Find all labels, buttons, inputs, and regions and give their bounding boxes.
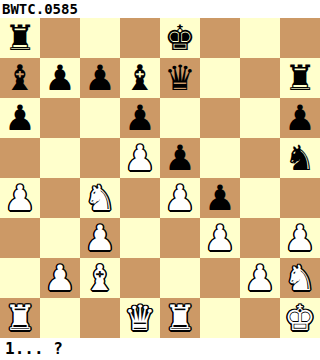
square-h6[interactable]: ♟ (280, 98, 320, 138)
black-rook[interactable]: ♜ (4, 18, 35, 58)
square-g6[interactable] (240, 98, 280, 138)
square-h5[interactable]: ♞ (280, 138, 320, 178)
square-b8[interactable] (40, 18, 80, 58)
square-e7[interactable]: ♛ (160, 58, 200, 98)
square-e8[interactable]: ♚ (160, 18, 200, 58)
square-f2[interactable] (200, 258, 240, 298)
square-d8[interactable] (120, 18, 160, 58)
square-d1[interactable]: ♛ (120, 298, 160, 338)
square-h8[interactable] (280, 18, 320, 58)
square-h2[interactable]: ♞ (280, 258, 320, 298)
square-a4[interactable]: ♟ (0, 178, 40, 218)
square-d6[interactable]: ♟ (120, 98, 160, 138)
square-c2[interactable]: ♝ (80, 258, 120, 298)
black-king[interactable]: ♚ (164, 18, 195, 58)
square-b5[interactable] (40, 138, 80, 178)
square-e5[interactable]: ♟ (160, 138, 200, 178)
square-c6[interactable] (80, 98, 120, 138)
square-d7[interactable]: ♝ (120, 58, 160, 98)
square-a1[interactable]: ♜ (0, 298, 40, 338)
black-pawn[interactable]: ♟ (204, 178, 235, 218)
black-bishop[interactable]: ♝ (124, 58, 155, 98)
square-e6[interactable] (160, 98, 200, 138)
square-d4[interactable] (120, 178, 160, 218)
square-g8[interactable] (240, 18, 280, 58)
white-rook[interactable]: ♜ (164, 298, 195, 338)
square-f4[interactable]: ♟ (200, 178, 240, 218)
white-pawn[interactable]: ♟ (84, 218, 115, 258)
black-pawn[interactable]: ♟ (284, 98, 315, 138)
square-a5[interactable] (0, 138, 40, 178)
square-c3[interactable]: ♟ (80, 218, 120, 258)
white-pawn[interactable]: ♟ (164, 178, 195, 218)
white-pawn[interactable]: ♟ (284, 218, 315, 258)
black-pawn[interactable]: ♟ (84, 58, 115, 98)
square-c1[interactable] (80, 298, 120, 338)
square-c7[interactable]: ♟ (80, 58, 120, 98)
square-b3[interactable] (40, 218, 80, 258)
square-g4[interactable] (240, 178, 280, 218)
white-pawn[interactable]: ♟ (204, 218, 235, 258)
square-g1[interactable] (240, 298, 280, 338)
black-knight[interactable]: ♞ (284, 138, 315, 178)
square-d2[interactable] (120, 258, 160, 298)
square-f3[interactable]: ♟ (200, 218, 240, 258)
square-c4[interactable]: ♞ (80, 178, 120, 218)
square-a8[interactable]: ♜ (0, 18, 40, 58)
black-queen[interactable]: ♛ (164, 58, 195, 98)
square-c8[interactable] (80, 18, 120, 58)
white-pawn[interactable]: ♟ (44, 258, 75, 298)
square-e3[interactable] (160, 218, 200, 258)
white-rook[interactable]: ♜ (4, 298, 35, 338)
square-g2[interactable]: ♟ (240, 258, 280, 298)
white-pawn[interactable]: ♟ (4, 178, 35, 218)
square-f6[interactable] (200, 98, 240, 138)
square-b4[interactable] (40, 178, 80, 218)
square-c5[interactable] (80, 138, 120, 178)
black-pawn[interactable]: ♟ (124, 98, 155, 138)
title-bar: BWTC.0585 (0, 0, 320, 18)
square-a2[interactable] (0, 258, 40, 298)
square-f1[interactable] (200, 298, 240, 338)
black-pawn[interactable]: ♟ (164, 138, 195, 178)
square-g3[interactable] (240, 218, 280, 258)
status-bar: 1... ? (0, 338, 320, 360)
white-knight[interactable]: ♞ (284, 258, 315, 298)
black-bishop[interactable]: ♝ (4, 58, 35, 98)
black-pawn[interactable]: ♟ (4, 98, 35, 138)
square-b6[interactable] (40, 98, 80, 138)
square-f7[interactable] (200, 58, 240, 98)
white-bishop[interactable]: ♝ (84, 258, 115, 298)
square-h3[interactable]: ♟ (280, 218, 320, 258)
square-e4[interactable]: ♟ (160, 178, 200, 218)
square-h7[interactable]: ♜ (280, 58, 320, 98)
black-rook[interactable]: ♜ (284, 58, 315, 98)
square-f5[interactable] (200, 138, 240, 178)
square-f8[interactable] (200, 18, 240, 58)
window-title: BWTC.0585 (2, 1, 78, 17)
square-e1[interactable]: ♜ (160, 298, 200, 338)
chess-board: ♜♚♝♟♟♝♛♜♟♟♟♟♟♞♟♞♟♟♟♟♟♟♝♟♞♜♛♜♚ (0, 18, 320, 338)
white-pawn[interactable]: ♟ (124, 138, 155, 178)
square-b7[interactable]: ♟ (40, 58, 80, 98)
white-pawn[interactable]: ♟ (244, 258, 275, 298)
black-pawn[interactable]: ♟ (44, 58, 75, 98)
square-a3[interactable] (0, 218, 40, 258)
square-h1[interactable]: ♚ (280, 298, 320, 338)
square-d5[interactable]: ♟ (120, 138, 160, 178)
white-king[interactable]: ♚ (284, 298, 315, 338)
square-b2[interactable]: ♟ (40, 258, 80, 298)
square-d3[interactable] (120, 218, 160, 258)
move-prompt: 1... ? (5, 339, 63, 358)
white-queen[interactable]: ♛ (124, 298, 155, 338)
square-b1[interactable] (40, 298, 80, 338)
square-a6[interactable]: ♟ (0, 98, 40, 138)
square-a7[interactable]: ♝ (0, 58, 40, 98)
square-g5[interactable] (240, 138, 280, 178)
square-e2[interactable] (160, 258, 200, 298)
square-g7[interactable] (240, 58, 280, 98)
white-knight[interactable]: ♞ (84, 178, 115, 218)
square-h4[interactable] (280, 178, 320, 218)
